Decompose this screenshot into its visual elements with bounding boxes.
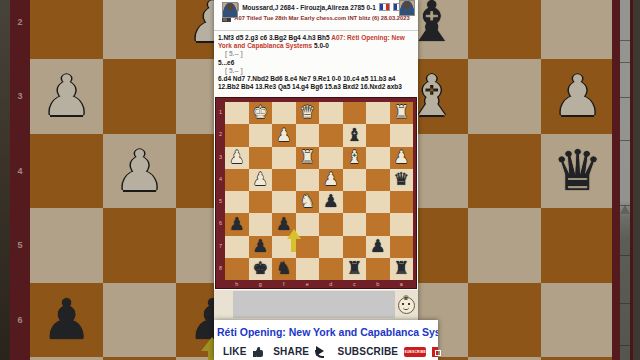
square-g2 <box>249 124 273 146</box>
square-a7 <box>390 236 414 258</box>
black-pawn: ♟ <box>323 193 339 211</box>
crown-icon: ♛ <box>403 294 409 301</box>
move-segment: [ 5.-- ] <box>218 50 243 57</box>
black-rook: ♜ <box>346 260 362 278</box>
black-queen: ♛ <box>393 171 409 189</box>
square-b6 <box>366 213 390 235</box>
white-rook: ♜ <box>299 149 315 167</box>
square-c8: ♜ <box>343 258 367 280</box>
file-label-g: g <box>249 281 273 287</box>
square-c7 <box>343 236 367 258</box>
white-bishop: ♝ <box>346 149 362 167</box>
black-pawn: ♟ <box>229 216 245 234</box>
square-b1 <box>366 102 390 124</box>
rank-label-6: 6 <box>216 220 225 226</box>
square-d2 <box>319 124 343 146</box>
square-e1: ♛ <box>296 102 320 124</box>
rank-label-8: 8 <box>216 265 225 271</box>
square-g1: ♚ <box>249 102 273 124</box>
square-d8 <box>319 258 343 280</box>
event-line: A07 Titled Tue 28th Mar Early chess.com … <box>234 15 409 21</box>
square-b5 <box>366 191 390 213</box>
game-header: Moussard,J 2684 - Firouzja,Alireza 2785 … <box>214 0 418 31</box>
square-b8 <box>366 258 390 280</box>
diagram-board-frame: ♚♛♜♟♝♟♜♝♟♟♟♛♞♟♟♟♟♟♚♞♜♜ 12345678 hgfedcba <box>215 97 417 289</box>
square-h6: ♟ <box>225 213 249 235</box>
square-d7 <box>319 236 343 258</box>
square-h5 <box>225 191 249 213</box>
square-a5 <box>390 191 414 213</box>
square-c5 <box>343 191 367 213</box>
square-h2 <box>225 124 249 146</box>
lower-strip: ♛ <box>214 290 418 320</box>
video-frame: ♚♛♜♟♝♟♜♝♟♟♟♛♞♟♟♟♟♟♚♞♜♜ 12345678 Moussard… <box>0 0 640 360</box>
video-title: Réti Opening: New York and Capablanca Sy… <box>214 320 438 344</box>
file-label-e: e <box>296 281 320 287</box>
square-d4: ♟ <box>319 169 343 191</box>
subscribe-square-icon[interactable] <box>432 347 438 357</box>
square-b4 <box>366 169 390 191</box>
square-h8 <box>225 258 249 280</box>
square-d3 <box>319 147 343 169</box>
square-f4 <box>272 169 296 191</box>
black-pawn: ♟ <box>252 238 268 256</box>
bottom-overlay: Réti Opening: New York and Capablanca Sy… <box>214 320 438 360</box>
smiley-eyes <box>402 303 410 305</box>
game-info-panel: Moussard,J 2684 - Firouzja,Alireza 2785 … <box>214 0 418 320</box>
file-label-h: h <box>225 281 249 287</box>
rank-label-3: 3 <box>216 154 225 160</box>
square-d5: ♟ <box>319 191 343 213</box>
move-segment: 5...e6 <box>218 59 234 66</box>
share-arrow-icon[interactable] <box>315 346 323 357</box>
white-pawn: ♟ <box>393 149 409 167</box>
file-label-a: a <box>390 281 414 287</box>
square-g6 <box>249 213 273 235</box>
file-label-d: d <box>319 281 343 287</box>
white-king: ♚ <box>252 104 268 122</box>
black-player-avatar <box>399 0 415 16</box>
move-segment: 6.d4 Nd7 7.Nbd2 Bd6 8.e4 Ne7 9.Re1 0-0 1… <box>218 75 408 92</box>
white-knight: ♞ <box>299 193 315 211</box>
actions-bar: LIKE SHARE SUBSCRIBE SUBSCRIBE <box>214 344 438 359</box>
square-a1: ♜ <box>390 102 414 124</box>
subscribe-badge[interactable]: SUBSCRIBE <box>404 347 426 357</box>
move-list: 1.Nf3 d5 2.g3 c6 3.Bg2 Bg4 4.h3 Bh5 A07:… <box>214 31 418 92</box>
square-h4 <box>225 169 249 191</box>
share-button[interactable]: SHARE <box>273 344 309 359</box>
france-flag-icon <box>379 3 390 11</box>
rank-label-4: 4 <box>216 176 225 182</box>
square-h1 <box>225 102 249 124</box>
move-segment: [ 5.-- ] <box>218 67 243 74</box>
square-a3: ♟ <box>390 147 414 169</box>
square-e8 <box>296 258 320 280</box>
file-label-c: c <box>343 281 367 287</box>
square-c6 <box>343 213 367 235</box>
square-e4 <box>296 169 320 191</box>
square-g4: ♟ <box>249 169 273 191</box>
empty-panel <box>233 291 395 318</box>
white-pawn: ♟ <box>276 127 292 145</box>
square-a2 <box>390 124 414 146</box>
square-h3: ♟ <box>225 147 249 169</box>
black-rook: ♜ <box>393 260 409 278</box>
subscribe-button[interactable]: SUBSCRIBE <box>338 344 399 359</box>
square-b3 <box>366 147 390 169</box>
move-arrow-stem <box>291 238 296 252</box>
square-f1 <box>272 102 296 124</box>
square-h7 <box>225 236 249 258</box>
square-d1 <box>319 102 343 124</box>
rank-label-2: 2 <box>216 131 225 137</box>
white-pawn: ♟ <box>229 149 245 167</box>
square-f8: ♞ <box>272 258 296 280</box>
rank-label-7: 7 <box>216 243 225 249</box>
move-segment: 5.0-0 <box>312 42 329 49</box>
black-knight: ♞ <box>276 260 292 278</box>
square-b7: ♟ <box>366 236 390 258</box>
white-pawn: ♟ <box>252 171 268 189</box>
square-a8: ♜ <box>390 258 414 280</box>
move-arrow-head <box>287 229 301 239</box>
move-segment: 1.Nf3 d5 2.g3 c6 3.Bg2 Bg4 4.h3 Bh5 <box>218 34 331 41</box>
black-bishop: ♝ <box>346 127 362 145</box>
square-f3 <box>272 147 296 169</box>
square-g3 <box>249 147 273 169</box>
square-e3: ♜ <box>296 147 320 169</box>
square-a4: ♛ <box>390 169 414 191</box>
square-c4 <box>343 169 367 191</box>
file-label-b: b <box>366 281 390 287</box>
rank-label-1: 1 <box>216 109 225 115</box>
coach-smiley-icon: ♛ <box>398 297 415 314</box>
file-label-f: f <box>272 281 296 287</box>
white-pawn: ♟ <box>323 171 339 189</box>
white-queen: ♛ <box>299 104 315 122</box>
players-result-line: Moussard,J 2684 - Firouzja,Alireza 2785 … <box>242 4 376 11</box>
square-e2 <box>296 124 320 146</box>
square-c3: ♝ <box>343 147 367 169</box>
black-pawn: ♟ <box>370 238 386 256</box>
square-d6 <box>319 213 343 235</box>
square-g5 <box>249 191 273 213</box>
thumbs-up-icon[interactable] <box>253 347 260 357</box>
like-button[interactable]: LIKE <box>223 344 247 359</box>
square-g8: ♚ <box>249 258 273 280</box>
square-f5 <box>272 191 296 213</box>
diagram-chessboard: ♚♛♜♟♝♟♜♝♟♟♟♛♞♟♟♟♟♟♚♞♜♜ <box>225 102 413 280</box>
square-e5: ♞ <box>296 191 320 213</box>
square-b2 <box>366 124 390 146</box>
rank-label-5: 5 <box>216 198 225 204</box>
square-c1 <box>343 102 367 124</box>
white-rook: ♜ <box>393 104 409 122</box>
smiley-mouth <box>403 306 409 310</box>
square-g7: ♟ <box>249 236 273 258</box>
black-king: ♚ <box>252 260 268 278</box>
square-f2: ♟ <box>272 124 296 146</box>
white-player-avatar <box>222 2 238 18</box>
square-c2: ♝ <box>343 124 367 146</box>
square-a6 <box>390 213 414 235</box>
